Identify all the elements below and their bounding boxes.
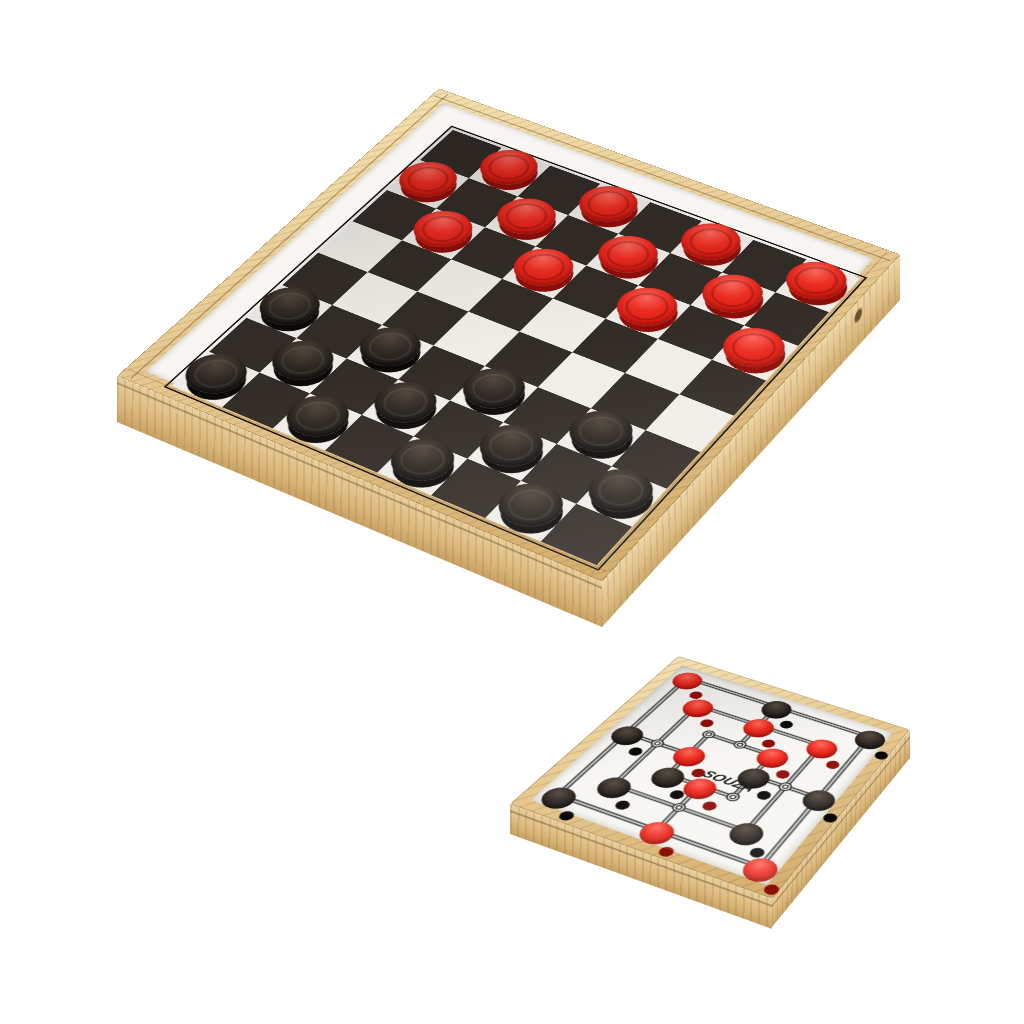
morris-piece-red[interactable] <box>677 696 719 720</box>
morris-point-f2[interactable] <box>723 825 778 861</box>
morris-point-f6[interactable] <box>802 741 851 771</box>
checkers-card <box>145 103 873 561</box>
morris-point-b6[interactable] <box>676 701 726 730</box>
morris-piece-red[interactable] <box>737 855 784 886</box>
morris-point-b2[interactable] <box>589 780 644 813</box>
morris-board: SOUZA <box>510 656 910 899</box>
product-photo-scene: SOUZA <box>0 0 1024 1024</box>
checkers-grid <box>172 130 860 565</box>
morris-piece-black[interactable] <box>723 820 769 850</box>
morris-piece-red[interactable] <box>801 736 842 761</box>
morris-piece-black[interactable] <box>591 774 637 802</box>
checkers-board <box>117 88 900 581</box>
